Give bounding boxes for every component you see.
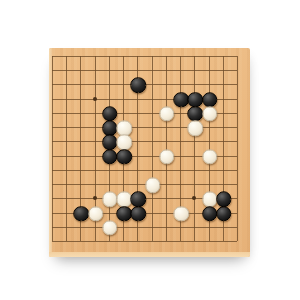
grid-line-h (52, 241, 237, 242)
board-bottom-edge (49, 252, 250, 257)
white-stone[interactable] (116, 135, 132, 151)
black-stone[interactable] (188, 92, 204, 108)
white-stone[interactable] (116, 192, 132, 208)
grid-line-v (194, 56, 195, 241)
grid-line-v (66, 56, 67, 241)
white-stone[interactable] (159, 149, 175, 165)
black-stone[interactable] (131, 192, 147, 208)
white-stone[interactable] (159, 106, 175, 122)
white-stone[interactable] (202, 149, 218, 165)
black-stone[interactable] (74, 206, 90, 222)
white-stone[interactable] (145, 177, 161, 193)
black-stone[interactable] (131, 78, 147, 94)
white-stone[interactable] (173, 206, 189, 222)
white-stone[interactable] (88, 206, 104, 222)
black-stone[interactable] (188, 106, 204, 122)
board-grid (52, 56, 238, 242)
black-stone[interactable] (173, 92, 189, 108)
black-stone[interactable] (202, 92, 218, 108)
screenshot-root (0, 0, 300, 300)
black-stone[interactable] (102, 106, 118, 122)
black-stone[interactable] (216, 192, 232, 208)
white-stone[interactable] (202, 192, 218, 208)
white-stone[interactable] (202, 106, 218, 122)
white-stone[interactable] (116, 120, 132, 136)
hoshi-point (192, 196, 196, 200)
hoshi-point (93, 97, 97, 101)
black-stone[interactable] (116, 206, 132, 222)
black-stone[interactable] (102, 135, 118, 151)
black-stone[interactable] (102, 149, 118, 165)
grid-line-v (152, 56, 153, 241)
white-stone[interactable] (102, 220, 118, 236)
hoshi-point (93, 196, 97, 200)
go-board[interactable] (49, 48, 250, 257)
grid-line-v (52, 56, 53, 241)
black-stone[interactable] (102, 120, 118, 136)
black-stone[interactable] (216, 206, 232, 222)
black-stone[interactable] (131, 206, 147, 222)
white-stone[interactable] (188, 120, 204, 136)
black-stone[interactable] (202, 206, 218, 222)
white-stone[interactable] (102, 192, 118, 208)
black-stone[interactable] (116, 149, 132, 165)
grid-line-v (237, 56, 238, 241)
